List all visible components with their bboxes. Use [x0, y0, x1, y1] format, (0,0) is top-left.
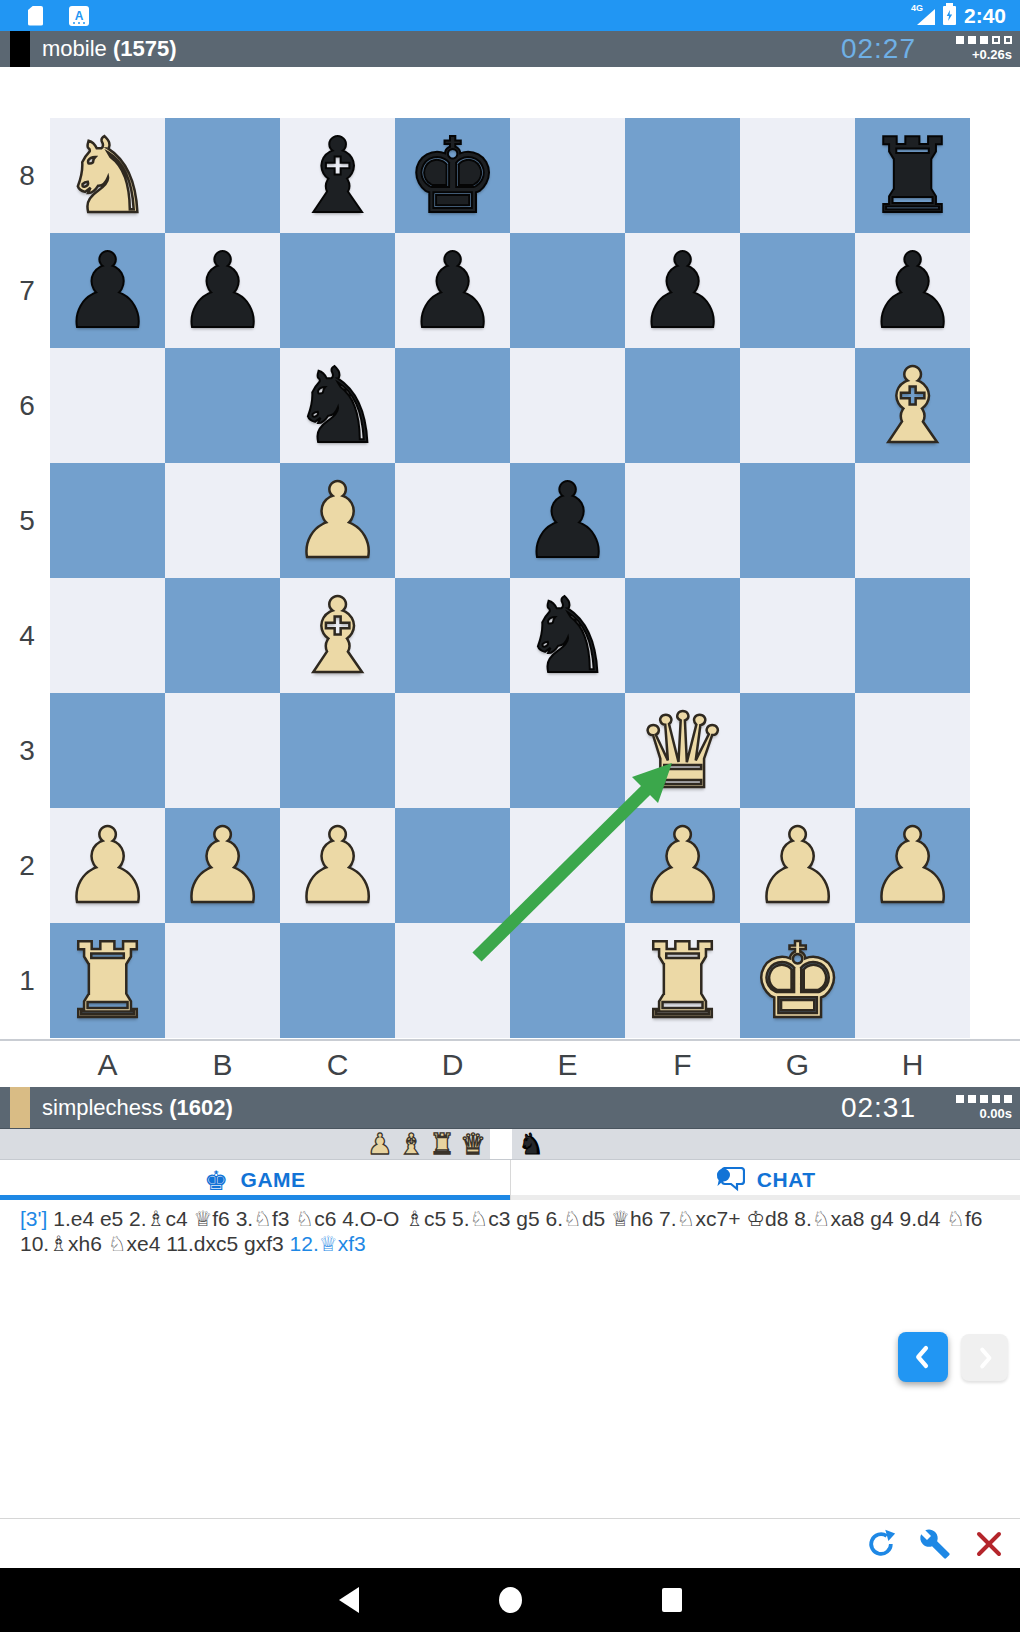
square-b7[interactable]: ♟ — [165, 233, 280, 348]
piece-wN: ♞ — [61, 124, 154, 228]
opponent-bar: mobile (1575) 02:27 +0.26s — [0, 31, 1020, 67]
square-c5[interactable]: ♟ — [280, 463, 395, 578]
square-e5[interactable]: ♟ — [510, 463, 625, 578]
rank-label-1: 1 — [14, 965, 40, 997]
sync-icon — [865, 1528, 897, 1560]
move-dot — [968, 1095, 976, 1103]
square-a3[interactable] — [50, 693, 165, 808]
status-time: 2:40 — [964, 4, 1006, 28]
square-d6[interactable] — [395, 348, 510, 463]
move-dot — [980, 36, 988, 44]
next-move-button[interactable] — [961, 1334, 1008, 1381]
square-h4[interactable] — [855, 578, 970, 693]
time-control-label: [3'] — [20, 1207, 47, 1230]
move-dot — [992, 36, 1000, 44]
piece-bK: ♚ — [406, 124, 499, 228]
square-d3[interactable] — [395, 693, 510, 808]
file-label-H: H — [855, 1048, 970, 1082]
square-d2[interactable] — [395, 808, 510, 923]
current-move[interactable]: 12.♕xf3 — [290, 1232, 366, 1255]
signal-icon: 4G — [915, 7, 935, 25]
chat-bubbles-icon — [715, 1167, 745, 1193]
piece-wB: ♝ — [866, 354, 959, 458]
tab-chat-label: CHAT — [757, 1168, 816, 1192]
square-a6[interactable] — [50, 348, 165, 463]
square-a2[interactable]: ♟ — [50, 808, 165, 923]
square-d7[interactable]: ♟ — [395, 233, 510, 348]
move-list: [3'] 1.e4 e5 2.♗c4 ♕f6 3.♘f3 ♘c6 4.O-O ♗… — [0, 1200, 1020, 1256]
android-nav-bar — [0, 1568, 1020, 1632]
square-g4[interactable] — [740, 578, 855, 693]
piece-wP: ♟ — [176, 814, 269, 918]
captured-piece-P: ♟ — [367, 1130, 393, 1159]
opponent-rating: (1575) — [113, 36, 177, 61]
file-label-F: F — [625, 1048, 740, 1082]
player-move-dots — [956, 1095, 1012, 1103]
square-b4[interactable] — [165, 578, 280, 693]
tab-game-label: GAME — [241, 1168, 306, 1192]
close-button[interactable] — [972, 1527, 1006, 1561]
piece-wP: ♟ — [751, 814, 844, 918]
piece-wP: ♟ — [61, 814, 154, 918]
square-b5[interactable] — [165, 463, 280, 578]
square-h1[interactable] — [855, 923, 970, 1038]
player-bar: simplechess (1602) 02:31 0.00s — [0, 1087, 1020, 1128]
android-recents-button[interactable] — [662, 1588, 682, 1612]
square-h6[interactable]: ♝ — [855, 348, 970, 463]
player-increment: 0.00s — [979, 1106, 1012, 1121]
square-g3[interactable] — [740, 693, 855, 808]
captured-pieces-row: ♟♝♜♛ ♞ — [0, 1128, 1020, 1160]
captured-piece-R: ♜ — [429, 1130, 455, 1159]
square-h8[interactable]: ♜ — [855, 118, 970, 233]
piece-bP: ♟ — [636, 239, 729, 343]
file-label-E: E — [510, 1048, 625, 1082]
piece-bP: ♟ — [521, 469, 614, 573]
wrench-icon — [919, 1528, 951, 1560]
piece-wR: ♜ — [61, 929, 154, 1033]
black-side-indicator — [10, 31, 30, 67]
piece-bN: ♞ — [521, 584, 614, 688]
chevron-right-icon — [971, 1344, 999, 1372]
tab-bar: ♚ GAME CHAT — [0, 1160, 1020, 1200]
square-e4[interactable]: ♞ — [510, 578, 625, 693]
king-icon: ♚ — [204, 1165, 229, 1196]
player-clock: 02:31 — [841, 1092, 916, 1124]
square-f5[interactable] — [625, 463, 740, 578]
piece-bB: ♝ — [291, 124, 384, 228]
move-dot — [980, 1095, 988, 1103]
square-b8[interactable] — [165, 118, 280, 233]
captured-piece-B: ♝ — [398, 1130, 424, 1159]
square-b6[interactable] — [165, 348, 280, 463]
square-f1[interactable]: ♜ — [625, 923, 740, 1038]
previous-move-button[interactable] — [898, 1332, 948, 1382]
piece-bP: ♟ — [61, 239, 154, 343]
opponent-move-dots — [956, 36, 1012, 44]
square-e7[interactable] — [510, 233, 625, 348]
piece-wQ: ♛ — [636, 699, 729, 803]
close-icon — [974, 1529, 1004, 1559]
square-e6[interactable] — [510, 348, 625, 463]
square-g8[interactable] — [740, 118, 855, 233]
piece-wP: ♟ — [291, 814, 384, 918]
square-h7[interactable]: ♟ — [855, 233, 970, 348]
piece-wB: ♝ — [291, 584, 384, 688]
android-back-button[interactable] — [339, 1587, 359, 1613]
file-label-G: G — [740, 1048, 855, 1082]
move-dot — [968, 36, 976, 44]
rank-label-3: 3 — [14, 735, 40, 767]
square-g7[interactable] — [740, 233, 855, 348]
square-c6[interactable]: ♞ — [280, 348, 395, 463]
battery-icon — [943, 6, 956, 25]
square-f8[interactable] — [625, 118, 740, 233]
sd-card-icon — [28, 6, 43, 26]
move-dot — [1004, 1095, 1012, 1103]
piece-wP: ♟ — [866, 814, 959, 918]
square-g1[interactable]: ♚ — [740, 923, 855, 1038]
piece-wP: ♟ — [291, 469, 384, 573]
move-dot — [956, 36, 964, 44]
square-c2[interactable]: ♟ — [280, 808, 395, 923]
opponent-name-text: mobile — [42, 36, 107, 61]
captured-by-white: ♟♝♜♛ — [0, 1129, 490, 1159]
moves-main: 1.e4 e5 2.♗c4 ♕f6 3.♘f3 ♘c6 4.O-O ♗c5 5.… — [20, 1207, 983, 1255]
opponent-clock: 02:27 — [841, 33, 916, 65]
file-label-D: D — [395, 1048, 510, 1082]
square-b1[interactable] — [165, 923, 280, 1038]
square-c7[interactable] — [280, 233, 395, 348]
app-notification-icon: A — [69, 6, 89, 26]
piece-wR: ♜ — [636, 929, 729, 1033]
square-c4[interactable]: ♝ — [280, 578, 395, 693]
player-rating: (1602) — [169, 1095, 233, 1120]
captured-piece-Q: ♛ — [460, 1130, 486, 1159]
rank-label-4: 4 — [14, 620, 40, 652]
rank-label-6: 6 — [14, 390, 40, 422]
white-side-indicator — [10, 1087, 30, 1128]
opponent-name: mobile (1575) — [42, 36, 177, 62]
move-list-area: [3'] 1.e4 e5 2.♗c4 ♕f6 3.♘f3 ♘c6 4.O-O ♗… — [0, 1200, 1020, 1518]
square-f2[interactable]: ♟ — [625, 808, 740, 923]
square-a8[interactable]: ♞ — [50, 118, 165, 233]
piece-bP: ♟ — [176, 239, 269, 343]
square-h2[interactable]: ♟ — [855, 808, 970, 923]
square-g6[interactable] — [740, 348, 855, 463]
square-e1[interactable] — [510, 923, 625, 1038]
rank-label-5: 5 — [14, 505, 40, 537]
piece-bR: ♜ — [866, 124, 959, 228]
player-name-text: simplechess — [42, 1095, 163, 1120]
tab-game[interactable]: ♚ GAME — [0, 1160, 510, 1200]
rank-label-2: 2 — [14, 850, 40, 882]
square-e2[interactable] — [510, 808, 625, 923]
tab-chat[interactable]: CHAT — [510, 1160, 1020, 1200]
square-d1[interactable] — [395, 923, 510, 1038]
rank-label-8: 8 — [14, 160, 40, 192]
bottom-toolbar — [0, 1518, 1020, 1568]
square-b3[interactable] — [165, 693, 280, 808]
square-e3[interactable] — [510, 693, 625, 808]
square-d8[interactable]: ♚ — [395, 118, 510, 233]
file-label-B: B — [165, 1048, 280, 1082]
square-e8[interactable] — [510, 118, 625, 233]
square-h3[interactable] — [855, 693, 970, 808]
settings-button[interactable] — [918, 1527, 952, 1561]
piece-bP: ♟ — [866, 239, 959, 343]
captured-by-black: ♞ — [512, 1129, 1020, 1159]
square-f6[interactable] — [625, 348, 740, 463]
square-c8[interactable]: ♝ — [280, 118, 395, 233]
square-f4[interactable] — [625, 578, 740, 693]
file-label-C: C — [280, 1048, 395, 1082]
square-a5[interactable] — [50, 463, 165, 578]
square-f7[interactable]: ♟ — [625, 233, 740, 348]
square-g5[interactable] — [740, 463, 855, 578]
piece-bP: ♟ — [406, 239, 499, 343]
square-h5[interactable] — [855, 463, 970, 578]
square-d4[interactable] — [395, 578, 510, 693]
chevron-left-icon — [908, 1342, 938, 1372]
square-d5[interactable] — [395, 463, 510, 578]
android-status-bar: A 4G 2:40 — [0, 0, 1020, 31]
piece-wK: ♚ — [751, 929, 844, 1033]
chess-board: ♞♝♚♜♟♟♟♟♟♞♝♟♟♝♞♛♟♟♟♟♟♟♜♜♚ — [50, 118, 970, 1038]
move-dot — [956, 1095, 964, 1103]
square-g2[interactable]: ♟ — [740, 808, 855, 923]
player-name: simplechess (1602) — [42, 1095, 233, 1121]
square-a1[interactable]: ♜ — [50, 923, 165, 1038]
move-dot — [1004, 36, 1012, 44]
square-b2[interactable]: ♟ — [165, 808, 280, 923]
square-c3[interactable] — [280, 693, 395, 808]
board-area: ♞♝♚♜♟♟♟♟♟♞♝♟♟♝♞♛♟♟♟♟♟♟♜♜♚ 87654321 ABCDE… — [0, 67, 1020, 1087]
sync-button[interactable] — [864, 1527, 898, 1561]
file-label-A: A — [50, 1048, 165, 1082]
android-home-button[interactable] — [499, 1587, 522, 1613]
square-f3[interactable]: ♛ — [625, 693, 740, 808]
square-c1[interactable] — [280, 923, 395, 1038]
square-a4[interactable] — [50, 578, 165, 693]
square-a7[interactable]: ♟ — [50, 233, 165, 348]
captured-piece-N: ♞ — [518, 1130, 544, 1159]
rank-label-7: 7 — [14, 275, 40, 307]
opponent-increment: +0.26s — [972, 47, 1012, 62]
piece-wP: ♟ — [636, 814, 729, 918]
captured-divider — [490, 1129, 512, 1159]
board-divider — [0, 1039, 1020, 1041]
piece-bN: ♞ — [291, 354, 384, 458]
move-dot — [992, 1095, 1000, 1103]
